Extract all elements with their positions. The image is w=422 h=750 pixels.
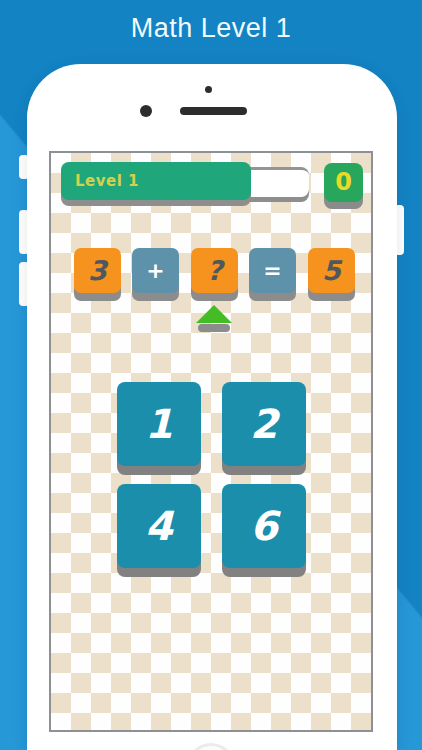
answer-tile[interactable]: 6 [222,484,306,568]
level-progress-fill: Level 1 [61,162,251,200]
equation-tile-operand-left: 3 [74,248,121,293]
screenshot-title: Math Level 1 [0,0,422,56]
sensor-dot-icon [140,105,152,117]
equation-tile-unknown: ? [191,248,238,293]
triangle-pointer-icon [196,305,232,323]
earpiece-speaker-icon [180,107,247,115]
answer-tile[interactable]: 2 [222,382,306,466]
level-label: Level 1 [61,162,251,200]
background: Math Level 1 Level 1 0 3 + ? = 5 [0,0,422,750]
iphone-frame: Level 1 0 3 + ? = 5 1 2 4 6 [19,64,404,750]
triangle-pointer-shadow [198,324,230,332]
equation-tile-operator: + [132,248,179,293]
equation-tile-equals: = [249,248,296,293]
phone-bezel: Level 1 0 3 + ? = 5 1 2 4 6 [27,64,397,750]
home-button [187,743,235,750]
front-camera-icon [205,86,212,93]
answer-tile[interactable]: 4 [117,484,201,568]
score-badge: 0 [324,163,363,202]
answer-tile[interactable]: 1 [117,382,201,466]
game-screen: Level 1 0 3 + ? = 5 1 2 4 6 [49,151,373,732]
equation-tile-result: 5 [308,248,355,293]
